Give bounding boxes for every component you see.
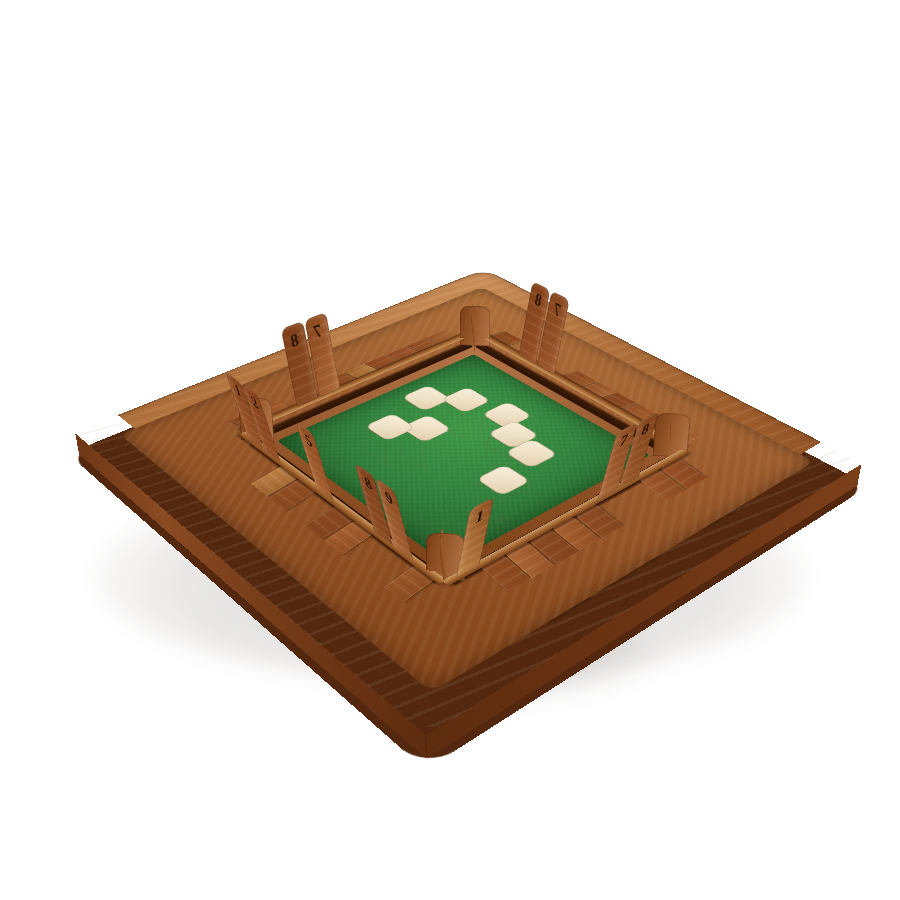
product-photo-shut-the-box: 1234567891012345678910123456789101234567…	[0, 0, 900, 900]
game-board: 1234567891012345678910123456789101234567…	[73, 269, 863, 736]
